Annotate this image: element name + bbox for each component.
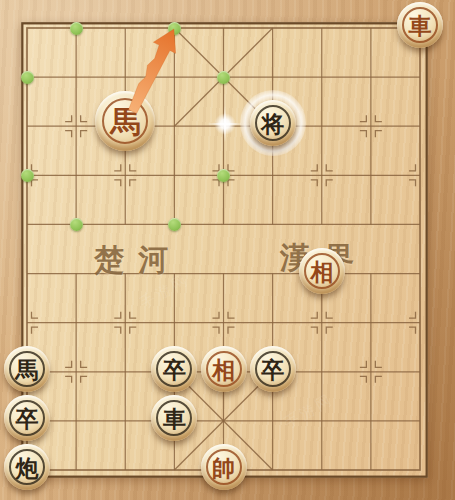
red-elephant-piece[interactable]: 相 [201,346,247,392]
piece-character: 車 [409,13,432,37]
piece-character: 卒 [261,357,284,381]
move-hint-dot[interactable] [168,218,181,231]
move-hint-dot[interactable] [217,169,230,182]
move-hint-dot[interactable] [70,22,83,35]
piece-character: 炮 [16,455,39,479]
piece-character: 相 [310,259,333,283]
piece-character: 将 [261,111,284,135]
piece-character: 卒 [16,406,39,430]
piece-character: 馬 [110,106,140,137]
black-chariot-piece[interactable]: 車 [151,395,197,441]
red-elephant-piece[interactable]: 相 [299,248,345,294]
red-general-piece[interactable]: 帥 [201,444,247,490]
red-chariot-piece[interactable]: 車 [397,2,443,48]
move-hint-dot[interactable] [168,22,181,35]
river-label-chu-he: 楚河 [94,240,182,281]
move-hint-dot[interactable] [21,169,34,182]
piece-character: 車 [163,406,186,430]
xiangqi-app: 楚河 漢界 車馬将相馬卒相卒卒車炮帥 手游网 手游网 [0,0,455,500]
move-hint-dot[interactable] [70,218,83,231]
piece-character: 馬 [16,357,39,381]
move-hint-dot[interactable] [217,71,230,84]
piece-character: 帥 [212,455,235,479]
black-soldier-piece[interactable]: 卒 [151,346,197,392]
black-soldier-piece[interactable]: 卒 [250,346,296,392]
black-soldier-piece[interactable]: 卒 [4,395,50,441]
black-cannon-piece[interactable]: 炮 [4,444,50,490]
piece-character: 卒 [163,357,186,381]
black-horse-piece[interactable]: 馬 [4,346,50,392]
black-general-piece[interactable]: 将 [250,100,296,146]
piece-character: 相 [212,357,235,381]
move-hint-dot[interactable] [21,71,34,84]
